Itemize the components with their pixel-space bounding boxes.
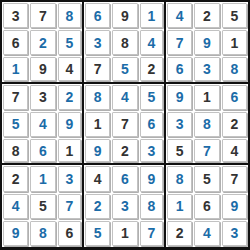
- cell-r4c9[interactable]: 6: [221, 84, 248, 111]
- cell-value: 7: [194, 139, 219, 162]
- cell-value: 9: [58, 112, 81, 137]
- cell-value: 9: [3, 221, 28, 246]
- cell-value: 3: [194, 57, 219, 80]
- cell-r4c4[interactable]: 8: [84, 84, 111, 111]
- cell-r7c9[interactable]: 7: [221, 165, 248, 192]
- cell-value: 6: [3, 30, 28, 55]
- cell-value: 4: [30, 112, 55, 137]
- cell-value: 7: [58, 194, 81, 219]
- cell-r6c9[interactable]: 4: [221, 138, 248, 165]
- cell-value: 5: [222, 3, 247, 28]
- cell-value: 4: [3, 194, 28, 219]
- cell-r9c1[interactable]: 9: [2, 220, 29, 247]
- cell-value: 1: [58, 139, 81, 162]
- cell-r4c1[interactable]: 7: [2, 84, 29, 111]
- cell-value: 2: [140, 57, 163, 80]
- cell-r8c3[interactable]: 7: [57, 193, 84, 220]
- cell-r3c2[interactable]: 9: [29, 56, 56, 83]
- cell-value: 9: [222, 194, 247, 219]
- cell-value: 2: [58, 85, 81, 110]
- cell-r1c1[interactable]: 3: [2, 2, 29, 29]
- cell-value: 2: [222, 112, 247, 137]
- cell-r5c5[interactable]: 7: [111, 111, 138, 138]
- cell-value: 7: [30, 3, 55, 28]
- cell-r9c2[interactable]: 8: [29, 220, 56, 247]
- cell-r4c6[interactable]: 5: [139, 84, 166, 111]
- cell-r6c8[interactable]: 7: [193, 138, 220, 165]
- cell-r1c6[interactable]: 1: [139, 2, 166, 29]
- cell-value: 5: [58, 30, 81, 55]
- cell-value: 9: [85, 139, 110, 162]
- cell-value: 1: [112, 221, 137, 246]
- cell-value: 8: [30, 221, 55, 246]
- cell-value: 7: [3, 85, 28, 110]
- cell-r8c5[interactable]: 3: [111, 193, 138, 220]
- cell-r9c5[interactable]: 1: [111, 220, 138, 247]
- cell-value: 5: [85, 221, 110, 246]
- cell-r5c4[interactable]: 1: [84, 111, 111, 138]
- cell-r2c1[interactable]: 6: [2, 29, 29, 56]
- cell-value: 5: [3, 112, 28, 137]
- cell-r8c8[interactable]: 6: [193, 193, 220, 220]
- cell-r5c1[interactable]: 5: [2, 111, 29, 138]
- cell-value: 4: [85, 166, 110, 191]
- cell-value: 1: [167, 194, 192, 219]
- cell-value: 8: [58, 3, 81, 28]
- cell-value: 6: [194, 194, 219, 219]
- cell-r3c8[interactable]: 3: [193, 56, 220, 83]
- cell-r4c2[interactable]: 3: [29, 84, 56, 111]
- cell-r8c2[interactable]: 5: [29, 193, 56, 220]
- cell-r4c3[interactable]: 2: [57, 84, 84, 111]
- cell-value: 5: [194, 166, 219, 191]
- cell-value: 8: [112, 30, 137, 55]
- cell-r8c9[interactable]: 9: [221, 193, 248, 220]
- cell-r9c3[interactable]: 6: [57, 220, 84, 247]
- cell-r5c9[interactable]: 2: [221, 111, 248, 138]
- cell-value: 9: [194, 30, 219, 55]
- cell-r7c1[interactable]: 2: [2, 165, 29, 192]
- cell-value: 9: [167, 85, 192, 110]
- cell-r2c6[interactable]: 4: [139, 29, 166, 56]
- cell-r1c7[interactable]: 4: [166, 2, 193, 29]
- cell-value: 2: [194, 3, 219, 28]
- cell-value: 8: [167, 166, 192, 191]
- cell-r1c2[interactable]: 7: [29, 2, 56, 29]
- cell-r2c2[interactable]: 2: [29, 29, 56, 56]
- cell-value: 4: [58, 57, 81, 80]
- cell-r3c1[interactable]: 1: [2, 56, 29, 83]
- cell-value: 5: [112, 57, 137, 80]
- cell-value: 3: [167, 112, 192, 137]
- cell-r7c3[interactable]: 3: [57, 165, 84, 192]
- cell-value: 8: [140, 194, 163, 219]
- cell-value: 9: [112, 3, 137, 28]
- cell-r2c9[interactable]: 1: [221, 29, 248, 56]
- cell-r6c2[interactable]: 6: [29, 138, 56, 165]
- cell-value: 5: [140, 85, 163, 110]
- cell-value: 1: [222, 30, 247, 55]
- cell-value: 2: [112, 139, 137, 162]
- cell-r3c7[interactable]: 6: [166, 56, 193, 83]
- cell-r2c7[interactable]: 7: [166, 29, 193, 56]
- cell-r5c2[interactable]: 4: [29, 111, 56, 138]
- cell-value: 6: [112, 166, 137, 191]
- cell-r4c7[interactable]: 9: [166, 84, 193, 111]
- cell-r2c5[interactable]: 8: [111, 29, 138, 56]
- cell-value: 1: [85, 112, 110, 137]
- cell-value: 8: [222, 57, 247, 80]
- cell-r9c8[interactable]: 4: [193, 220, 220, 247]
- cell-r5c8[interactable]: 8: [193, 111, 220, 138]
- cell-value: 4: [194, 221, 219, 246]
- cell-r9c4[interactable]: 5: [84, 220, 111, 247]
- cell-r2c8[interactable]: 9: [193, 29, 220, 56]
- cell-r4c8[interactable]: 1: [193, 84, 220, 111]
- cell-r1c3[interactable]: 8: [57, 2, 84, 29]
- cell-value: 3: [85, 30, 110, 55]
- cell-value: 1: [30, 166, 55, 191]
- cell-value: 3: [30, 85, 55, 110]
- cell-r2c4[interactable]: 3: [84, 29, 111, 56]
- cell-value: 3: [58, 166, 81, 191]
- cell-value: 3: [3, 3, 28, 28]
- cell-r7c2[interactable]: 1: [29, 165, 56, 192]
- cell-value: 4: [222, 139, 247, 162]
- cell-r3c4[interactable]: 7: [84, 56, 111, 83]
- cell-r7c7[interactable]: 8: [166, 165, 193, 192]
- cell-value: 6: [85, 3, 110, 28]
- cell-value: 1: [140, 3, 163, 28]
- cell-value: 3: [140, 139, 163, 162]
- cell-value: 7: [167, 30, 192, 55]
- cell-value: 3: [112, 194, 137, 219]
- cell-r5c3[interactable]: 9: [57, 111, 84, 138]
- cell-value: 2: [85, 194, 110, 219]
- cell-r6c4[interactable]: 9: [84, 138, 111, 165]
- cell-value: 5: [30, 194, 55, 219]
- cell-r8c4[interactable]: 2: [84, 193, 111, 220]
- cell-value: 2: [3, 166, 28, 191]
- cell-value: 6: [58, 221, 81, 246]
- cell-value: 1: [3, 57, 28, 80]
- cell-r1c4[interactable]: 6: [84, 2, 111, 29]
- cell-value: 7: [112, 112, 137, 137]
- cell-r1c5[interactable]: 9: [111, 2, 138, 29]
- cell-value: 5: [167, 139, 192, 162]
- cell-r3c5[interactable]: 5: [111, 56, 138, 83]
- cell-value: 4: [167, 3, 192, 28]
- cell-r3c3[interactable]: 4: [57, 56, 84, 83]
- cell-r9c9[interactable]: 3: [221, 220, 248, 247]
- cell-r5c6[interactable]: 6: [139, 111, 166, 138]
- cell-r6c7[interactable]: 5: [166, 138, 193, 165]
- cell-r7c5[interactable]: 6: [111, 165, 138, 192]
- cell-r1c8[interactable]: 2: [193, 2, 220, 29]
- cell-r6c6[interactable]: 3: [139, 138, 166, 165]
- cell-r3c9[interactable]: 8: [221, 56, 248, 83]
- cell-r6c5[interactable]: 2: [111, 138, 138, 165]
- cell-r2c3[interactable]: 5: [57, 29, 84, 56]
- cell-r8c6[interactable]: 8: [139, 193, 166, 220]
- cell-value: 4: [112, 85, 137, 110]
- cell-r9c7[interactable]: 2: [166, 220, 193, 247]
- cell-r7c6[interactable]: 9: [139, 165, 166, 192]
- cell-r8c1[interactable]: 4: [2, 193, 29, 220]
- cell-value: 9: [30, 57, 55, 80]
- cell-r8c7[interactable]: 1: [166, 193, 193, 220]
- cell-value: 8: [85, 85, 110, 110]
- cell-r5c7[interactable]: 3: [166, 111, 193, 138]
- cell-value: 3: [222, 221, 247, 246]
- cell-value: 2: [167, 221, 192, 246]
- cell-value: 7: [85, 57, 110, 80]
- cell-value: 6: [30, 139, 55, 162]
- cell-value: 9: [140, 166, 163, 191]
- cell-r3c6[interactable]: 2: [139, 56, 166, 83]
- cell-r1c9[interactable]: 5: [221, 2, 248, 29]
- cell-value: 6: [140, 112, 163, 137]
- cell-value: 8: [3, 139, 28, 162]
- cell-value: 4: [140, 30, 163, 55]
- cell-value: 7: [140, 221, 163, 246]
- cell-r7c8[interactable]: 5: [193, 165, 220, 192]
- cell-value: 6: [222, 85, 247, 110]
- cell-r4c5[interactable]: 4: [111, 84, 138, 111]
- cell-value: 1: [194, 85, 219, 110]
- cell-value: 8: [194, 112, 219, 137]
- sudoku-board: 3786914256253847911947526387328459165491…: [0, 0, 250, 250]
- cell-r7c4[interactable]: 4: [84, 165, 111, 192]
- cell-value: 6: [167, 57, 192, 80]
- cell-r6c3[interactable]: 1: [57, 138, 84, 165]
- cell-r6c1[interactable]: 8: [2, 138, 29, 165]
- cell-value: 2: [30, 30, 55, 55]
- cell-value: 7: [222, 166, 247, 191]
- cell-r9c6[interactable]: 7: [139, 220, 166, 247]
